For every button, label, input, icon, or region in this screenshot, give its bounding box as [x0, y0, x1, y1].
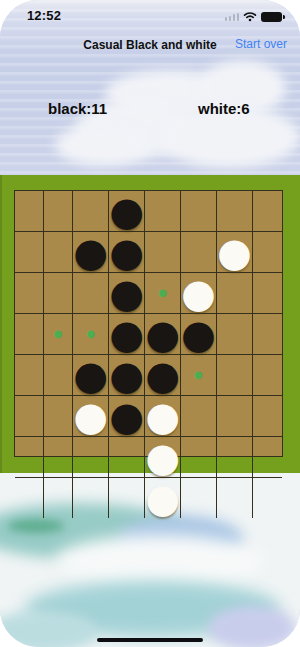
- cell-r4c4[interactable]: ●: [145, 355, 181, 396]
- cell-r2c0[interactable]: [15, 273, 44, 314]
- wave-shape: [8, 519, 64, 533]
- cell-r6c6[interactable]: [217, 437, 253, 478]
- cell-r4c2[interactable]: ●: [73, 355, 109, 396]
- cell-r4c0[interactable]: [15, 355, 44, 396]
- cell-r6c0[interactable]: [15, 437, 44, 478]
- cell-r0c5[interactable]: [181, 191, 217, 232]
- white-disc: ●: [145, 396, 180, 436]
- battery-icon: [261, 12, 282, 22]
- status-time: 12:52: [22, 8, 66, 23]
- cell-r0c2[interactable]: [73, 191, 109, 232]
- cell-r5c5[interactable]: [181, 396, 217, 437]
- start-over-button[interactable]: Start over: [235, 37, 287, 51]
- cell-r3c6[interactable]: [217, 314, 253, 355]
- cell-r6c7[interactable]: [253, 437, 282, 478]
- cell-r2c6[interactable]: [217, 273, 253, 314]
- cell-r7c5[interactable]: [181, 478, 217, 518]
- home-indicator[interactable]: [97, 638, 203, 642]
- cell-r1c1[interactable]: [44, 232, 73, 273]
- cell-r4c3[interactable]: ●: [109, 355, 145, 396]
- cell-r6c1[interactable]: [44, 437, 73, 478]
- cell-r7c0[interactable]: [15, 478, 44, 518]
- cell-r1c2[interactable]: ●: [73, 232, 109, 273]
- black-disc: ●: [109, 191, 144, 231]
- cell-r5c1[interactable]: [44, 396, 73, 437]
- cell-r1c6[interactable]: ●: [217, 232, 253, 273]
- cell-r7c6[interactable]: [217, 478, 253, 518]
- white-disc: ●: [145, 437, 180, 477]
- black-disc: ●: [109, 314, 144, 354]
- cell-r6c5[interactable]: [181, 437, 217, 478]
- legal-move-hint-dot: ●: [86, 329, 95, 339]
- cell-r2c4[interactable]: ●: [145, 273, 181, 314]
- cell-r3c0[interactable]: [15, 314, 44, 355]
- cell-r3c5[interactable]: ●: [181, 314, 217, 355]
- white-disc: ●: [217, 232, 252, 272]
- cell-r5c7[interactable]: [253, 396, 282, 437]
- black-disc: ●: [109, 273, 144, 313]
- legal-move-hint-dot: ●: [194, 370, 203, 380]
- status-bar: 12:52: [0, 0, 300, 30]
- status-icons: [225, 11, 283, 22]
- header-bar: Casual Black and white Start over: [0, 38, 300, 56]
- cell-r7c3[interactable]: [109, 478, 145, 518]
- white-disc: ●: [181, 273, 216, 313]
- cell-r6c2[interactable]: [73, 437, 109, 478]
- cell-r4c1[interactable]: [44, 355, 73, 396]
- cloud-shape: [55, 124, 150, 166]
- black-disc: ●: [73, 232, 108, 272]
- cellular-signal-icon: [225, 12, 240, 21]
- cell-r7c7[interactable]: [253, 478, 282, 518]
- white-disc: ●: [145, 478, 180, 518]
- cell-r2c2[interactable]: [73, 273, 109, 314]
- black-disc: ●: [181, 314, 216, 354]
- cell-r7c2[interactable]: [73, 478, 109, 518]
- cell-r1c5[interactable]: [181, 232, 217, 273]
- black-disc: ●: [109, 396, 144, 436]
- app-screen: 12:52 Casual Black and white Start over …: [0, 0, 300, 647]
- cell-r5c3[interactable]: ●: [109, 396, 145, 437]
- cell-r7c1[interactable]: [44, 478, 73, 518]
- cell-r5c6[interactable]: [217, 396, 253, 437]
- cell-r6c4[interactable]: ●: [145, 437, 181, 478]
- cell-r0c6[interactable]: [217, 191, 253, 232]
- cell-r1c4[interactable]: [145, 232, 181, 273]
- cell-r4c6[interactable]: [217, 355, 253, 396]
- cell-r2c5[interactable]: ●: [181, 273, 217, 314]
- legal-move-hint-dot: ●: [158, 288, 167, 298]
- cell-r4c7[interactable]: [253, 355, 282, 396]
- cell-r2c3[interactable]: ●: [109, 273, 145, 314]
- cell-r5c0[interactable]: [15, 396, 44, 437]
- cell-r1c7[interactable]: [253, 232, 282, 273]
- black-score: black:11: [48, 100, 107, 117]
- cell-r2c1[interactable]: [44, 273, 73, 314]
- cell-r0c3[interactable]: ●: [109, 191, 145, 232]
- cell-r3c1[interactable]: ●: [44, 314, 73, 355]
- legal-move-hint-dot: ●: [54, 329, 63, 339]
- board-frame: ●●●●●●●●●●●●●●●●●●●●●: [0, 175, 300, 473]
- cell-r1c3[interactable]: ●: [109, 232, 145, 273]
- black-disc: ●: [109, 355, 144, 395]
- black-disc: ●: [109, 232, 144, 272]
- cell-r4c5[interactable]: ●: [181, 355, 217, 396]
- cell-r0c0[interactable]: [15, 191, 44, 232]
- foam-shape: [55, 535, 265, 587]
- cell-r6c3[interactable]: [109, 437, 145, 478]
- board-grid: ●●●●●●●●●●●●●●●●●●●●●: [14, 190, 283, 457]
- white-disc: ●: [73, 396, 108, 436]
- cell-r5c4[interactable]: ●: [145, 396, 181, 437]
- white-score: white:6: [198, 100, 250, 117]
- wifi-icon: [243, 11, 257, 22]
- cell-r0c7[interactable]: [253, 191, 282, 232]
- cell-r3c4[interactable]: ●: [145, 314, 181, 355]
- cell-r3c2[interactable]: ●: [73, 314, 109, 355]
- cell-r7c4[interactable]: ●: [145, 478, 181, 518]
- wave-shape: [208, 606, 296, 647]
- black-disc: ●: [145, 355, 180, 395]
- cell-r0c4[interactable]: [145, 191, 181, 232]
- black-disc: ●: [145, 314, 180, 354]
- cell-r3c7[interactable]: [253, 314, 282, 355]
- cell-r3c3[interactable]: ●: [109, 314, 145, 355]
- cell-r5c2[interactable]: ●: [73, 396, 109, 437]
- cell-r2c7[interactable]: [253, 273, 282, 314]
- cell-r0c1[interactable]: [44, 191, 73, 232]
- black-disc: ●: [73, 355, 108, 395]
- cell-r1c0[interactable]: [15, 232, 44, 273]
